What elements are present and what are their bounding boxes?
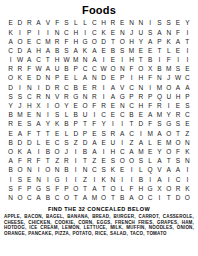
- grid-cell[interactable]: Y: [62, 102, 71, 111]
- grid-cell[interactable]: A: [80, 194, 89, 203]
- grid-cell[interactable]: T: [136, 56, 145, 65]
- grid-cell[interactable]: C: [80, 65, 89, 74]
- grid-cell[interactable]: S: [25, 120, 34, 129]
- grid-cell[interactable]: W: [15, 56, 24, 65]
- grid-cell[interactable]: F: [146, 74, 155, 83]
- grid-cell[interactable]: E: [108, 28, 117, 37]
- grid-cell[interactable]: M: [164, 138, 173, 147]
- grid-cell[interactable]: B: [6, 138, 15, 147]
- grid-cell[interactable]: W: [173, 74, 182, 83]
- grid-cell[interactable]: F: [164, 56, 173, 65]
- grid-cell[interactable]: A: [25, 47, 34, 56]
- grid-cell[interactable]: Z: [71, 138, 80, 147]
- grid-cell[interactable]: C: [127, 83, 136, 92]
- grid-cell[interactable]: A: [183, 83, 192, 92]
- grid-cell[interactable]: Z: [127, 138, 136, 147]
- grid-cell[interactable]: T: [80, 157, 89, 166]
- grid-cell[interactable]: U: [108, 138, 117, 147]
- grid-cell[interactable]: E: [99, 157, 108, 166]
- grid-cell[interactable]: A: [155, 129, 164, 138]
- grid-cell[interactable]: C: [62, 83, 71, 92]
- grid-cell[interactable]: E: [183, 120, 192, 129]
- grid-cell[interactable]: A: [80, 74, 89, 83]
- grid-cell[interactable]: I: [80, 28, 89, 37]
- grid-cell[interactable]: H: [127, 37, 136, 46]
- grid-cell[interactable]: C: [90, 166, 99, 175]
- grid-cell[interactable]: R: [6, 120, 15, 129]
- grid-cell[interactable]: B: [43, 194, 52, 203]
- grid-cell[interactable]: A: [90, 138, 99, 147]
- grid-cell[interactable]: N: [118, 28, 127, 37]
- grid-cell[interactable]: A: [146, 37, 155, 46]
- grid-cell[interactable]: I: [183, 56, 192, 65]
- grid-cell[interactable]: A: [173, 166, 182, 175]
- grid-cell[interactable]: Y: [43, 120, 52, 129]
- grid-cell[interactable]: O: [164, 184, 173, 193]
- grid-cell[interactable]: D: [15, 138, 24, 147]
- grid-cell[interactable]: N: [53, 166, 62, 175]
- grid-cell[interactable]: A: [43, 65, 52, 74]
- grid-cell[interactable]: P: [146, 93, 155, 102]
- grid-cell[interactable]: A: [108, 83, 117, 92]
- grid-cell[interactable]: E: [71, 102, 80, 111]
- grid-cell[interactable]: Z: [53, 157, 62, 166]
- grid-cell[interactable]: S: [183, 102, 192, 111]
- grid-cell[interactable]: F: [146, 120, 155, 129]
- grid-cell[interactable]: E: [118, 19, 127, 28]
- grid-cell[interactable]: N: [53, 28, 62, 37]
- grid-cell[interactable]: P: [80, 129, 89, 138]
- grid-cell[interactable]: C: [99, 111, 108, 120]
- grid-cell[interactable]: E: [99, 138, 108, 147]
- grid-cell[interactable]: R: [173, 184, 182, 193]
- grid-cell[interactable]: N: [136, 19, 145, 28]
- grid-cell[interactable]: R: [25, 19, 34, 28]
- grid-cell[interactable]: A: [25, 56, 34, 65]
- grid-cell[interactable]: B: [53, 47, 62, 56]
- grid-cell[interactable]: B: [118, 194, 127, 203]
- grid-cell[interactable]: E: [146, 148, 155, 157]
- grid-cell[interactable]: I: [71, 175, 80, 184]
- grid-cell[interactable]: I: [155, 56, 164, 65]
- grid-cell[interactable]: G: [53, 175, 62, 184]
- grid-cell[interactable]: X: [155, 184, 164, 193]
- grid-cell[interactable]: K: [53, 120, 62, 129]
- grid-cell[interactable]: L: [80, 19, 89, 28]
- grid-cell[interactable]: U: [80, 111, 89, 120]
- grid-cell[interactable]: B: [71, 83, 80, 92]
- grid-cell[interactable]: J: [15, 102, 24, 111]
- grid-cell[interactable]: N: [136, 83, 145, 92]
- grid-cell[interactable]: P: [25, 28, 34, 37]
- grid-cell[interactable]: D: [99, 37, 108, 46]
- grid-cell[interactable]: R: [90, 93, 99, 102]
- grid-cell[interactable]: T: [127, 120, 136, 129]
- grid-cell[interactable]: M: [164, 65, 173, 74]
- grid-cell[interactable]: A: [155, 28, 164, 37]
- grid-cell[interactable]: Y: [183, 19, 192, 28]
- grid-cell[interactable]: B: [80, 148, 89, 157]
- grid-cell[interactable]: D: [6, 83, 15, 92]
- grid-cell[interactable]: A: [164, 166, 173, 175]
- grid-cell[interactable]: L: [146, 138, 155, 147]
- grid-cell[interactable]: N: [43, 93, 52, 102]
- grid-cell[interactable]: Z: [90, 157, 99, 166]
- grid-cell[interactable]: W: [62, 56, 71, 65]
- grid-cell[interactable]: C: [34, 56, 43, 65]
- grid-cell[interactable]: Y: [99, 120, 108, 129]
- grid-cell[interactable]: I: [118, 56, 127, 65]
- grid-cell[interactable]: G: [146, 184, 155, 193]
- grid-cell[interactable]: W: [34, 65, 43, 74]
- grid-cell[interactable]: R: [15, 65, 24, 74]
- grid-cell[interactable]: O: [118, 157, 127, 166]
- grid-cell[interactable]: S: [6, 184, 15, 193]
- grid-cell[interactable]: A: [146, 111, 155, 120]
- grid-cell[interactable]: A: [90, 184, 99, 193]
- grid-cell[interactable]: S: [99, 166, 108, 175]
- grid-cell[interactable]: B: [62, 120, 71, 129]
- grid-cell[interactable]: L: [164, 47, 173, 56]
- grid-cell[interactable]: I: [99, 83, 108, 92]
- grid-cell[interactable]: D: [25, 138, 34, 147]
- grid-cell[interactable]: R: [108, 129, 117, 138]
- grid-cell[interactable]: I: [34, 28, 43, 37]
- grid-cell[interactable]: X: [146, 65, 155, 74]
- grid-cell[interactable]: F: [173, 148, 182, 157]
- grid-cell[interactable]: T: [108, 37, 117, 46]
- grid-cell[interactable]: O: [90, 37, 99, 46]
- grid-cell[interactable]: K: [99, 175, 108, 184]
- grid-cell[interactable]: O: [15, 166, 24, 175]
- grid-cell[interactable]: A: [90, 148, 99, 157]
- grid-cell[interactable]: A: [173, 37, 182, 46]
- grid-cell[interactable]: E: [108, 74, 117, 83]
- grid-cell[interactable]: S: [155, 120, 164, 129]
- grid-cell[interactable]: T: [43, 56, 52, 65]
- grid-cell[interactable]: V: [118, 83, 127, 92]
- grid-cell[interactable]: I: [146, 83, 155, 92]
- grid-cell[interactable]: O: [108, 65, 117, 74]
- grid-cell[interactable]: C: [62, 28, 71, 37]
- grid-cell[interactable]: E: [136, 111, 145, 120]
- grid-cell[interactable]: I: [90, 111, 99, 120]
- grid-cell[interactable]: O: [118, 37, 127, 46]
- grid-cell[interactable]: D: [80, 138, 89, 147]
- grid-cell[interactable]: N: [155, 74, 164, 83]
- grid-cell[interactable]: K: [6, 28, 15, 37]
- grid-cell[interactable]: C: [90, 19, 99, 28]
- grid-cell[interactable]: M: [15, 111, 24, 120]
- grid-cell[interactable]: K: [99, 28, 108, 37]
- grid-cell[interactable]: I: [108, 120, 117, 129]
- grid-cell[interactable]: F: [25, 129, 34, 138]
- grid-cell[interactable]: R: [53, 83, 62, 92]
- grid-cell[interactable]: I: [146, 175, 155, 184]
- grid-cell[interactable]: M: [146, 129, 155, 138]
- grid-cell[interactable]: O: [164, 148, 173, 157]
- grid-cell[interactable]: L: [136, 166, 145, 175]
- grid-cell[interactable]: P: [62, 184, 71, 193]
- grid-cell[interactable]: C: [25, 93, 34, 102]
- grid-cell[interactable]: T: [108, 194, 117, 203]
- grid-cell[interactable]: A: [155, 157, 164, 166]
- grid-cell[interactable]: I: [136, 129, 145, 138]
- grid-cell[interactable]: T: [43, 129, 52, 138]
- grid-cell[interactable]: K: [164, 37, 173, 46]
- grid-cell[interactable]: O: [15, 194, 24, 203]
- grid-cell[interactable]: B: [146, 56, 155, 65]
- grid-cell[interactable]: E: [15, 120, 24, 129]
- grid-cell[interactable]: C: [53, 194, 62, 203]
- grid-cell[interactable]: S: [43, 184, 52, 193]
- grid-cell[interactable]: B: [108, 47, 117, 56]
- grid-cell[interactable]: S: [6, 93, 15, 102]
- grid-cell[interactable]: B: [6, 166, 15, 175]
- grid-cell[interactable]: D: [15, 19, 24, 28]
- grid-cell[interactable]: P: [53, 74, 62, 83]
- grid-cell[interactable]: B: [62, 166, 71, 175]
- grid-cell[interactable]: I: [183, 28, 192, 37]
- grid-cell[interactable]: H: [34, 47, 43, 56]
- grid-cell[interactable]: O: [80, 102, 89, 111]
- grid-cell[interactable]: I: [34, 148, 43, 157]
- grid-cell[interactable]: S: [118, 47, 127, 56]
- grid-cell[interactable]: R: [90, 83, 99, 92]
- grid-cell[interactable]: C: [183, 74, 192, 83]
- grid-cell[interactable]: O: [136, 65, 145, 74]
- grid-cell[interactable]: O: [53, 148, 62, 157]
- grid-cell[interactable]: L: [62, 129, 71, 138]
- grid-cell[interactable]: I: [71, 166, 80, 175]
- grid-cell[interactable]: T: [99, 184, 108, 193]
- grid-cell[interactable]: I: [71, 148, 80, 157]
- grid-cell[interactable]: I: [183, 166, 192, 175]
- grid-cell[interactable]: E: [99, 47, 108, 56]
- grid-cell[interactable]: V: [155, 166, 164, 175]
- grid-cell[interactable]: I: [155, 194, 164, 203]
- grid-cell[interactable]: A: [90, 56, 99, 65]
- grid-cell[interactable]: I: [127, 175, 136, 184]
- grid-cell[interactable]: S: [53, 111, 62, 120]
- grid-cell[interactable]: K: [183, 184, 192, 193]
- grid-cell[interactable]: D: [71, 129, 80, 138]
- grid-cell[interactable]: C: [146, 194, 155, 203]
- grid-cell[interactable]: Y: [155, 148, 164, 157]
- grid-cell[interactable]: R: [173, 111, 182, 120]
- grid-cell[interactable]: Y: [164, 111, 173, 120]
- grid-cell[interactable]: Q: [146, 166, 155, 175]
- grid-cell[interactable]: B: [71, 111, 80, 120]
- grid-cell[interactable]: I: [43, 28, 52, 37]
- grid-cell[interactable]: M: [155, 111, 164, 120]
- grid-cell[interactable]: A: [127, 148, 136, 157]
- grid-cell[interactable]: U: [136, 28, 145, 37]
- grid-cell[interactable]: N: [34, 175, 43, 184]
- grid-cell[interactable]: G: [164, 120, 173, 129]
- grid-cell[interactable]: D: [43, 83, 52, 92]
- grid-cell[interactable]: E: [53, 129, 62, 138]
- grid-cell[interactable]: H: [71, 28, 80, 37]
- grid-cell[interactable]: S: [108, 157, 117, 166]
- grid-cell[interactable]: A: [136, 138, 145, 147]
- grid-cell[interactable]: L: [71, 74, 80, 83]
- grid-cell[interactable]: M: [71, 56, 80, 65]
- grid-cell[interactable]: L: [62, 111, 71, 120]
- grid-cell[interactable]: P: [155, 37, 164, 46]
- grid-cell[interactable]: A: [108, 93, 117, 102]
- grid-cell[interactable]: T: [80, 184, 89, 193]
- grid-cell[interactable]: G: [71, 93, 80, 102]
- grid-cell[interactable]: I: [62, 175, 71, 184]
- grid-cell[interactable]: E: [173, 47, 182, 56]
- grid-cell[interactable]: G: [80, 37, 89, 46]
- grid-cell[interactable]: E: [43, 138, 52, 147]
- grid-cell[interactable]: O: [71, 184, 80, 193]
- grid-cell[interactable]: O: [136, 194, 145, 203]
- grid-cell[interactable]: N: [90, 74, 99, 83]
- grid-cell[interactable]: H: [173, 93, 182, 102]
- grid-cell[interactable]: N: [183, 157, 192, 166]
- grid-cell[interactable]: S: [15, 93, 24, 102]
- grid-cell[interactable]: X: [34, 102, 43, 111]
- grid-cell[interactable]: C: [90, 28, 99, 37]
- grid-cell[interactable]: F: [34, 157, 43, 166]
- grid-cell[interactable]: K: [15, 148, 24, 157]
- grid-cell[interactable]: A: [34, 19, 43, 28]
- grid-cell[interactable]: K: [108, 166, 117, 175]
- grid-cell[interactable]: I: [183, 47, 192, 56]
- grid-cell[interactable]: E: [62, 74, 71, 83]
- grid-cell[interactable]: E: [173, 19, 182, 28]
- grid-cell[interactable]: V: [43, 19, 52, 28]
- grid-cell[interactable]: I: [43, 111, 52, 120]
- grid-cell[interactable]: I: [15, 83, 24, 92]
- grid-cell[interactable]: F: [53, 19, 62, 28]
- grid-cell[interactable]: T: [164, 194, 173, 203]
- grid-cell[interactable]: V: [53, 93, 62, 102]
- grid-cell[interactable]: J: [164, 74, 173, 83]
- grid-cell[interactable]: C: [127, 102, 136, 111]
- grid-cell[interactable]: R: [108, 19, 117, 28]
- grid-cell[interactable]: I: [127, 74, 136, 83]
- grid-cell[interactable]: I: [118, 175, 127, 184]
- grid-cell[interactable]: I: [183, 175, 192, 184]
- grid-cell[interactable]: A: [127, 194, 136, 203]
- grid-cell[interactable]: I: [118, 120, 127, 129]
- grid-cell[interactable]: A: [34, 120, 43, 129]
- grid-cell[interactable]: N: [127, 19, 136, 28]
- grid-cell[interactable]: P: [183, 93, 192, 102]
- grid-cell[interactable]: R: [155, 102, 164, 111]
- grid-cell[interactable]: T: [183, 37, 192, 46]
- grid-cell[interactable]: O: [99, 194, 108, 203]
- grid-cell[interactable]: S: [99, 129, 108, 138]
- grid-cell[interactable]: E: [173, 102, 182, 111]
- grid-cell[interactable]: I: [34, 83, 43, 92]
- grid-cell[interactable]: O: [53, 102, 62, 111]
- grid-cell[interactable]: O: [127, 157, 136, 166]
- grid-cell[interactable]: O: [183, 194, 192, 203]
- grid-cell[interactable]: C: [90, 65, 99, 74]
- grid-cell[interactable]: S: [62, 138, 71, 147]
- grid-cell[interactable]: E: [108, 111, 117, 120]
- grid-cell[interactable]: T: [80, 120, 89, 129]
- grid-cell[interactable]: A: [155, 175, 164, 184]
- grid-cell[interactable]: E: [25, 37, 34, 46]
- grid-cell[interactable]: D: [34, 74, 43, 83]
- grid-cell[interactable]: C: [173, 175, 182, 184]
- grid-cell[interactable]: F: [146, 102, 155, 111]
- grid-cell[interactable]: B: [43, 148, 52, 157]
- grid-cell[interactable]: H: [99, 19, 108, 28]
- grid-cell[interactable]: N: [80, 166, 89, 175]
- grid-cell[interactable]: R: [62, 93, 71, 102]
- grid-cell[interactable]: N: [164, 28, 173, 37]
- grid-cell[interactable]: E: [118, 166, 127, 175]
- grid-cell[interactable]: R: [53, 37, 62, 46]
- grid-cell[interactable]: I: [71, 157, 80, 166]
- grid-cell[interactable]: A: [90, 47, 99, 56]
- grid-cell[interactable]: G: [118, 93, 127, 102]
- grid-cell[interactable]: N: [25, 166, 34, 175]
- grid-cell[interactable]: E: [146, 47, 155, 56]
- grid-cell[interactable]: G: [34, 184, 43, 193]
- grid-cell[interactable]: B: [62, 65, 71, 74]
- grid-cell[interactable]: P: [71, 65, 80, 74]
- grid-cell[interactable]: M: [43, 37, 52, 46]
- grid-cell[interactable]: A: [71, 47, 80, 56]
- grid-cell[interactable]: I: [173, 56, 182, 65]
- grid-cell[interactable]: O: [173, 138, 182, 147]
- grid-cell[interactable]: O: [108, 184, 117, 193]
- grid-cell[interactable]: I: [43, 102, 52, 111]
- grid-cell[interactable]: H: [53, 56, 62, 65]
- grid-cell[interactable]: I: [6, 56, 15, 65]
- grid-cell[interactable]: E: [108, 56, 117, 65]
- grid-cell[interactable]: H: [25, 102, 34, 111]
- grid-cell[interactable]: N: [34, 111, 43, 120]
- grid-cell[interactable]: D: [136, 120, 145, 129]
- grid-cell[interactable]: C: [25, 194, 34, 203]
- grid-cell[interactable]: Z: [80, 175, 89, 184]
- grid-cell[interactable]: D: [99, 74, 108, 83]
- grid-cell[interactable]: F: [127, 65, 136, 74]
- grid-cell[interactable]: I: [34, 166, 43, 175]
- grid-cell[interactable]: E: [6, 129, 15, 138]
- grid-cell[interactable]: S: [15, 175, 24, 184]
- grid-cell[interactable]: E: [136, 47, 145, 56]
- grid-cell[interactable]: O: [6, 148, 15, 157]
- grid-cell[interactable]: M: [155, 83, 164, 92]
- grid-cell[interactable]: A: [15, 129, 24, 138]
- grid-cell[interactable]: D: [15, 47, 24, 56]
- grid-cell[interactable]: I: [15, 28, 24, 37]
- grid-cell[interactable]: K: [183, 148, 192, 157]
- grid-cell[interactable]: I: [99, 93, 108, 102]
- grid-cell[interactable]: R: [6, 65, 15, 74]
- grid-cell[interactable]: F: [127, 184, 136, 193]
- grid-cell[interactable]: F: [90, 102, 99, 111]
- grid-cell[interactable]: T: [173, 129, 182, 138]
- grid-cell[interactable]: B: [155, 65, 164, 74]
- grid-cell[interactable]: D: [173, 194, 182, 203]
- grid-cell[interactable]: N: [108, 175, 117, 184]
- grid-cell[interactable]: U: [164, 93, 173, 102]
- grid-cell[interactable]: R: [62, 157, 71, 166]
- grid-cell[interactable]: Z: [183, 129, 192, 138]
- grid-cell[interactable]: I: [43, 175, 52, 184]
